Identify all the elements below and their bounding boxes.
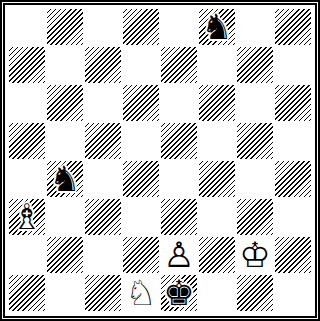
square-a6[interactable] [8,84,46,122]
board-inner-frame: ♞♞♝♗♟♙♚♔♞♘♚ [3,3,317,318]
square-d3[interactable] [122,198,160,236]
square-h3[interactable] [274,198,312,236]
square-f8[interactable]: ♞ [198,8,236,46]
square-f6[interactable] [198,84,236,122]
square-h6[interactable] [274,84,312,122]
square-a4[interactable] [8,160,46,198]
square-c8[interactable] [84,8,122,46]
square-d8[interactable] [122,8,160,46]
square-a8[interactable] [8,8,46,46]
white-pawn-outline: ♙ [160,236,198,274]
square-g2[interactable]: ♚♔ [236,236,274,274]
square-h2[interactable] [274,236,312,274]
square-b6[interactable] [46,84,84,122]
square-f2[interactable] [198,236,236,274]
square-g4[interactable] [236,160,274,198]
square-b7[interactable] [46,46,84,84]
square-h5[interactable] [274,122,312,160]
white-king-outline: ♔ [236,236,274,274]
white-pawn-e2[interactable]: ♟♙ [160,236,198,274]
white-bishop-outline: ♗ [8,198,46,236]
square-g3[interactable] [236,198,274,236]
square-e1[interactable]: ♚ [160,274,198,312]
square-a2[interactable] [8,236,46,274]
square-d7[interactable] [122,46,160,84]
square-e8[interactable] [160,8,198,46]
square-h8[interactable] [274,8,312,46]
square-b5[interactable] [46,122,84,160]
square-d6[interactable] [122,84,160,122]
chess-board: ♞♞♝♗♟♙♚♔♞♘♚ [8,8,312,312]
white-king-g2[interactable]: ♚♔ [236,236,274,274]
square-g5[interactable] [236,122,274,160]
white-bishop-a3[interactable]: ♝♗ [8,198,46,236]
square-g7[interactable] [236,46,274,84]
square-f7[interactable] [198,46,236,84]
square-a7[interactable] [8,46,46,84]
square-c1[interactable] [84,274,122,312]
square-a3[interactable]: ♝♗ [8,198,46,236]
square-a5[interactable] [8,122,46,160]
square-b1[interactable] [46,274,84,312]
square-e2[interactable]: ♟♙ [160,236,198,274]
square-e5[interactable] [160,122,198,160]
square-d1[interactable]: ♞♘ [122,274,160,312]
square-e4[interactable] [160,160,198,198]
black-knight-f8[interactable]: ♞ [198,8,236,46]
square-f3[interactable] [198,198,236,236]
white-knight-outline: ♘ [122,274,160,312]
square-c3[interactable] [84,198,122,236]
board-frame: ♞♞♝♗♟♙♚♔♞♘♚ [0,0,320,321]
black-knight-glyph: ♞ [198,8,236,46]
square-h7[interactable] [274,46,312,84]
square-d2[interactable] [122,236,160,274]
square-f4[interactable] [198,160,236,198]
square-d5[interactable] [122,122,160,160]
square-e3[interactable] [160,198,198,236]
square-c4[interactable] [84,160,122,198]
square-b3[interactable] [46,198,84,236]
black-king-e1[interactable]: ♚ [160,274,198,312]
black-king-glyph: ♚ [160,274,198,312]
square-c7[interactable] [84,46,122,84]
square-h4[interactable] [274,160,312,198]
square-e7[interactable] [160,46,198,84]
square-c6[interactable] [84,84,122,122]
square-b8[interactable] [46,8,84,46]
black-knight-b4[interactable]: ♞ [46,160,84,198]
square-b4[interactable]: ♞ [46,160,84,198]
square-c2[interactable] [84,236,122,274]
square-f5[interactable] [198,122,236,160]
black-knight-glyph: ♞ [46,160,84,198]
square-g6[interactable] [236,84,274,122]
square-c5[interactable] [84,122,122,160]
square-e6[interactable] [160,84,198,122]
square-b2[interactable] [46,236,84,274]
square-g8[interactable] [236,8,274,46]
square-a1[interactable] [8,274,46,312]
square-f1[interactable] [198,274,236,312]
square-g1[interactable] [236,274,274,312]
square-h1[interactable] [274,274,312,312]
white-knight-d1[interactable]: ♞♘ [122,274,160,312]
square-d4[interactable] [122,160,160,198]
